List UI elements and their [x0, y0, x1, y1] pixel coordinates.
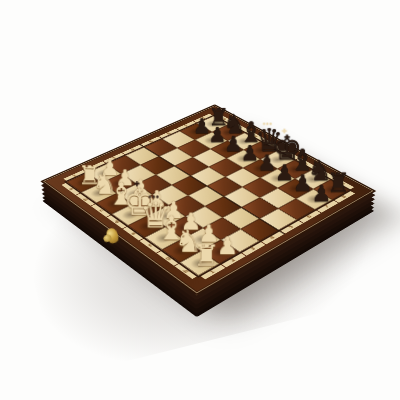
piece-shadow: [134, 219, 159, 233]
product-photo: 12345678 12345678 abcdefgh abcdefgh ♜♟♟♜…: [0, 0, 400, 400]
piece-shadow: [284, 163, 306, 175]
piece-shadow: [87, 186, 110, 199]
piece-shadow: [187, 255, 213, 271]
piece-shadow: [208, 244, 233, 259]
piece-shadow: [301, 173, 324, 185]
photo-scene: 12345678 12345678 abcdefgh abcdefgh ♜♟♟♜…: [0, 0, 400, 400]
piece-shadow: [216, 144, 238, 155]
piece-shadow: [139, 198, 163, 211]
piece-shadow: [73, 176, 96, 189]
board-top: 12345678 12345678 abcdefgh abcdefgh ♜♟♟♜…: [40, 104, 376, 295]
piece-shadow: [234, 136, 255, 147]
piece-shadow: [93, 167, 116, 179]
piece-shadow: [266, 172, 289, 184]
crown-finial-accent: ✚: [272, 129, 296, 136]
piece-shadow: [201, 135, 222, 146]
crown-finial-accent: •••: [255, 122, 279, 129]
chess-board: 12345678 12345678 abcdefgh abcdefgh ♜♟♟♜…: [40, 104, 376, 295]
piece-shadow: [266, 154, 288, 166]
piece-shadow: [249, 162, 271, 174]
square-f6: [242, 178, 277, 198]
piece-shadow: [155, 209, 179, 223]
